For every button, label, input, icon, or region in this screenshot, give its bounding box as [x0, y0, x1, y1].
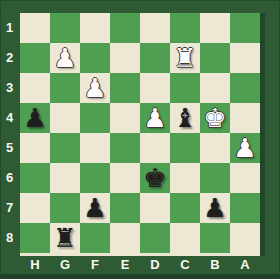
square-a3[interactable]	[230, 73, 260, 103]
file-labels: HGFEDCBA	[20, 257, 260, 273]
square-b6[interactable]	[200, 163, 230, 193]
chess-board-widget: ♟♜♟♟♟♝♚♟♚♟♟♜ 12345678 HGFEDCBA	[0, 0, 280, 279]
rank-label-7: 7	[0, 193, 19, 223]
square-f1[interactable]	[80, 13, 110, 43]
file-label-c: C	[170, 257, 200, 273]
square-g2[interactable]: ♟	[50, 43, 80, 73]
square-d4[interactable]: ♟	[140, 103, 170, 133]
square-d8[interactable]	[140, 223, 170, 253]
square-c8[interactable]	[170, 223, 200, 253]
square-b2[interactable]	[200, 43, 230, 73]
square-c1[interactable]	[170, 13, 200, 43]
rank-label-2: 2	[0, 43, 19, 73]
square-b5[interactable]	[200, 133, 230, 163]
square-f2[interactable]	[80, 43, 110, 73]
square-b3[interactable]	[200, 73, 230, 103]
square-b7[interactable]: ♟	[200, 193, 230, 223]
file-label-d: D	[140, 257, 170, 273]
white-king[interactable]: ♚	[200, 103, 230, 133]
white-pawn[interactable]: ♟	[50, 43, 80, 73]
square-g4[interactable]	[50, 103, 80, 133]
rank-label-4: 4	[0, 103, 19, 133]
rank-label-8: 8	[0, 223, 19, 253]
square-d7[interactable]	[140, 193, 170, 223]
square-b1[interactable]	[200, 13, 230, 43]
square-c2[interactable]: ♜	[170, 43, 200, 73]
square-a8[interactable]	[230, 223, 260, 253]
square-g3[interactable]	[50, 73, 80, 103]
square-h6[interactable]	[20, 163, 50, 193]
black-pawn[interactable]: ♟	[80, 193, 110, 223]
square-e5[interactable]	[110, 133, 140, 163]
black-pawn[interactable]: ♟	[200, 193, 230, 223]
square-h7[interactable]	[20, 193, 50, 223]
square-b8[interactable]	[200, 223, 230, 253]
square-f5[interactable]	[80, 133, 110, 163]
file-label-h: H	[20, 257, 50, 273]
square-d3[interactable]	[140, 73, 170, 103]
square-d6[interactable]: ♚	[140, 163, 170, 193]
square-h4[interactable]: ♟	[20, 103, 50, 133]
file-label-a: A	[230, 257, 260, 273]
white-pawn[interactable]: ♟	[80, 73, 110, 103]
file-label-e: E	[110, 257, 140, 273]
square-b4[interactable]: ♚	[200, 103, 230, 133]
square-e8[interactable]	[110, 223, 140, 253]
black-pawn[interactable]: ♟	[20, 103, 50, 133]
file-label-b: B	[200, 257, 230, 273]
square-e3[interactable]	[110, 73, 140, 103]
black-king[interactable]: ♚	[140, 163, 170, 193]
square-e1[interactable]	[110, 13, 140, 43]
square-a5[interactable]: ♟	[230, 133, 260, 163]
board-shadow-right	[260, 13, 265, 256]
square-f7[interactable]: ♟	[80, 193, 110, 223]
white-rook[interactable]: ♜	[170, 43, 200, 73]
board-bevel-bottom	[20, 253, 260, 256]
square-e6[interactable]	[110, 163, 140, 193]
frame-bottom-edge	[0, 274, 280, 279]
white-pawn[interactable]: ♟	[140, 103, 170, 133]
square-c6[interactable]	[170, 163, 200, 193]
square-d1[interactable]	[140, 13, 170, 43]
square-g5[interactable]	[50, 133, 80, 163]
square-e7[interactable]	[110, 193, 140, 223]
square-e4[interactable]	[110, 103, 140, 133]
rank-label-3: 3	[0, 73, 19, 103]
square-f3[interactable]: ♟	[80, 73, 110, 103]
chess-board: ♟♜♟♟♟♝♚♟♚♟♟♜	[20, 13, 260, 253]
square-a4[interactable]	[230, 103, 260, 133]
square-f6[interactable]	[80, 163, 110, 193]
square-d2[interactable]	[140, 43, 170, 73]
file-label-f: F	[80, 257, 110, 273]
square-h1[interactable]	[20, 13, 50, 43]
square-f4[interactable]	[80, 103, 110, 133]
file-label-g: G	[50, 257, 80, 273]
square-g8[interactable]: ♜	[50, 223, 80, 253]
square-f8[interactable]	[80, 223, 110, 253]
rank-label-5: 5	[0, 133, 19, 163]
black-rook[interactable]: ♜	[50, 223, 80, 253]
square-a2[interactable]	[230, 43, 260, 73]
square-a1[interactable]	[230, 13, 260, 43]
white-pawn[interactable]: ♟	[230, 133, 260, 163]
square-h2[interactable]	[20, 43, 50, 73]
square-e2[interactable]	[110, 43, 140, 73]
square-h3[interactable]	[20, 73, 50, 103]
square-c5[interactable]	[170, 133, 200, 163]
rank-label-6: 6	[0, 163, 19, 193]
square-h5[interactable]	[20, 133, 50, 163]
square-g6[interactable]	[50, 163, 80, 193]
square-c7[interactable]	[170, 193, 200, 223]
square-g7[interactable]	[50, 193, 80, 223]
square-g1[interactable]	[50, 13, 80, 43]
square-c4[interactable]: ♝	[170, 103, 200, 133]
square-d5[interactable]	[140, 133, 170, 163]
rank-label-1: 1	[0, 13, 19, 43]
square-c3[interactable]	[170, 73, 200, 103]
black-bishop[interactable]: ♝	[170, 103, 200, 133]
square-a6[interactable]	[230, 163, 260, 193]
square-a7[interactable]	[230, 193, 260, 223]
square-h8[interactable]	[20, 223, 50, 253]
